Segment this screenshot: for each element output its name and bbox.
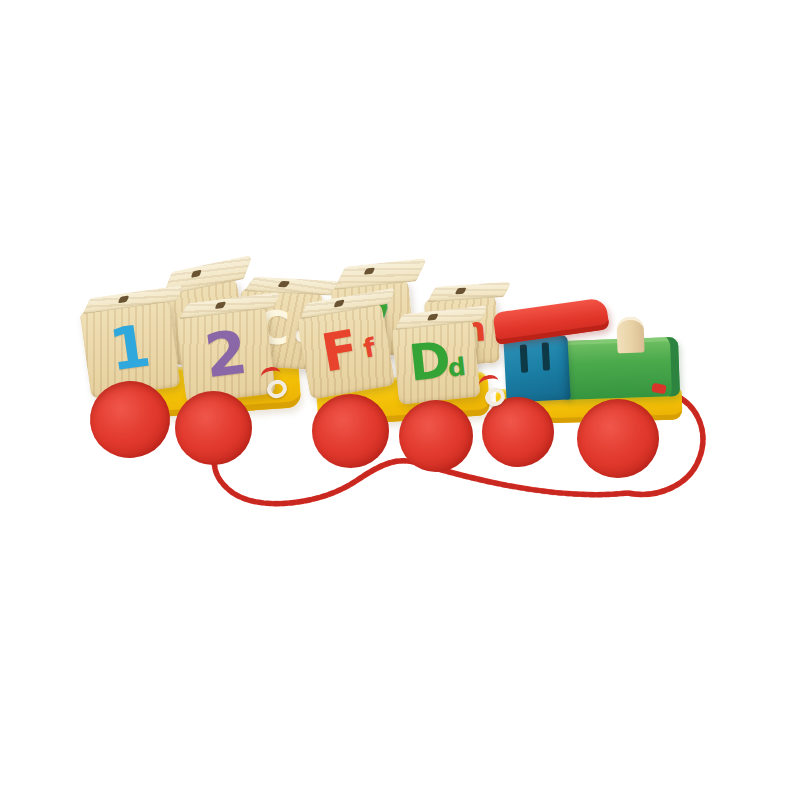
wheel — [175, 391, 252, 465]
block-hole — [215, 302, 227, 309]
block-hole — [277, 281, 290, 287]
wheel — [577, 399, 659, 478]
block-numeral-1: 1 — [81, 313, 178, 383]
block-hole — [191, 270, 202, 278]
block-hole — [118, 296, 130, 304]
block-letter-F: F — [287, 317, 393, 385]
locomotive-cab — [503, 335, 570, 402]
block-hole — [333, 300, 344, 308]
locomotive-chimney — [616, 317, 644, 354]
cab-window — [542, 342, 550, 370]
block-hole — [363, 267, 375, 274]
wheel — [399, 400, 473, 472]
block-hole — [455, 288, 467, 295]
wheel — [312, 394, 389, 468]
wheel — [482, 397, 554, 467]
coupler-hook — [259, 371, 291, 397]
cab-window — [520, 345, 528, 373]
block-hole — [427, 313, 439, 320]
block-letter-d-small: d — [447, 354, 467, 381]
coupler-hook — [477, 379, 509, 405]
block-Dd: D d — [391, 319, 481, 405]
toy-train-product-photo: E C c 7 h 1 2 F f D d — [0, 0, 800, 800]
